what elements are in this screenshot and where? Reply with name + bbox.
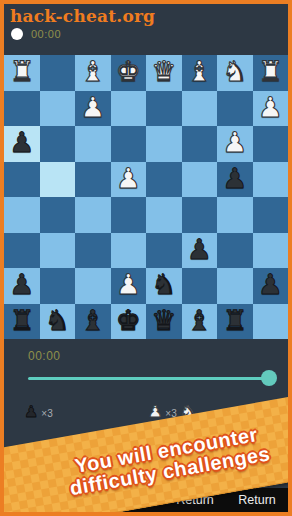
board-square[interactable]: ♟ [182,233,218,269]
board-square[interactable] [253,304,289,340]
board-square[interactable] [75,197,111,233]
board-square[interactable] [146,162,182,198]
black-bishop: ♝ [75,304,111,340]
board-square[interactable] [111,91,147,127]
site-watermark: hack-cheat.org [10,6,155,26]
board-square[interactable]: ♛ [146,55,182,91]
board-square[interactable]: ♟ [217,126,253,162]
white-pawn: ♟ [75,91,111,127]
board-square[interactable] [40,197,76,233]
board-square[interactable]: ♟ [4,268,40,304]
board-square[interactable] [182,162,218,198]
board-square[interactable]: ♝ [182,304,218,340]
board-square[interactable]: ♟ [111,162,147,198]
board-square[interactable]: ♟ [111,268,147,304]
captured-black-pieces-tray: ♟ ×3 [24,402,53,422]
board-square[interactable] [146,126,182,162]
board-square[interactable]: ♜ [217,304,253,340]
board-square[interactable]: ♚ [111,304,147,340]
white-pawn: ♟ [253,91,289,127]
board-square[interactable] [111,233,147,269]
white-queen: ♛ [146,55,182,91]
board-square[interactable]: ♟ [75,91,111,127]
board-square[interactable] [253,233,289,269]
black-pawn: ♟ [4,268,40,304]
board-square[interactable] [217,91,253,127]
board-square[interactable] [146,91,182,127]
captured-count: ×3 [41,408,52,422]
white-bishop: ♝ [75,55,111,91]
board-square[interactable] [182,268,218,304]
board-square[interactable] [253,197,289,233]
board-square[interactable]: ♜ [4,304,40,340]
black-knight: ♞ [146,268,182,304]
board-square[interactable]: ♝ [75,55,111,91]
chess-board: ♜♝♚♛♝♞♜♟♟♟♟♟♟♟♟♟♞♟♜♞♝♚♛♝♜ [4,55,288,339]
board-square[interactable] [182,197,218,233]
board-square[interactable] [40,55,76,91]
black-pawn-icon: ♟ [24,402,38,422]
board-square[interactable]: ♜ [4,55,40,91]
board-square[interactable] [4,233,40,269]
white-turn-indicator-icon [11,28,23,40]
board-square[interactable] [75,233,111,269]
board-square[interactable] [182,126,218,162]
difficulty-slider-knob[interactable] [261,370,277,386]
white-rook: ♜ [253,55,289,91]
white-knight: ♞ [217,55,253,91]
board-square[interactable]: ♞ [146,268,182,304]
black-king: ♚ [111,304,147,340]
opponent-clock: 00:00 [31,28,61,40]
black-pawn: ♟ [4,126,40,162]
board-square[interactable]: ♟ [253,91,289,127]
board-square[interactable]: ♟ [253,268,289,304]
black-queen: ♛ [146,304,182,340]
board-square[interactable] [40,91,76,127]
black-pawn: ♟ [217,162,253,198]
board-square[interactable] [75,126,111,162]
board-square[interactable] [111,197,147,233]
app-window: hack-cheat.org 00:00 ♜♝♚♛♝♞♜♟♟♟♟♟♟♟♟♟♞♟♜… [0,0,292,516]
board-square[interactable] [253,126,289,162]
difficulty-slider-track[interactable] [28,377,269,380]
white-rook: ♜ [4,55,40,91]
board-square[interactable] [40,126,76,162]
board-square[interactable] [111,126,147,162]
board-square[interactable] [40,162,76,198]
board-square[interactable] [40,268,76,304]
board-square[interactable]: ♛ [146,304,182,340]
board-square[interactable] [4,162,40,198]
white-pawn: ♟ [111,162,147,198]
white-king: ♚ [111,55,147,91]
board-square[interactable] [4,91,40,127]
black-rook: ♜ [4,304,40,340]
board-square[interactable]: ♞ [217,55,253,91]
board-square[interactable] [217,268,253,304]
board-square[interactable]: ♜ [253,55,289,91]
white-pawn: ♟ [111,268,147,304]
board-square[interactable]: ♞ [40,304,76,340]
board-square[interactable]: ♟ [4,126,40,162]
board-square[interactable] [40,233,76,269]
board-square[interactable] [146,233,182,269]
board-square[interactable] [75,162,111,198]
black-knight: ♞ [40,304,76,340]
board-square[interactable]: ♝ [75,304,111,340]
white-bishop: ♝ [182,55,218,91]
board-square[interactable] [75,268,111,304]
return-button-3[interactable]: Return [226,493,288,507]
board-square[interactable]: ♚ [111,55,147,91]
board-square[interactable] [217,233,253,269]
board-square[interactable]: ♝ [182,55,218,91]
black-rook: ♜ [217,304,253,340]
board-square[interactable] [253,162,289,198]
black-pawn: ♟ [182,233,218,269]
black-pawn: ♟ [253,268,289,304]
black-bishop: ♝ [182,304,218,340]
board-square[interactable] [4,197,40,233]
board-square[interactable] [182,91,218,127]
board-square[interactable] [146,197,182,233]
white-pawn: ♟ [217,126,253,162]
board-square[interactable]: ♟ [217,162,253,198]
player-clock: 00:00 [28,349,61,363]
board-square[interactable] [217,197,253,233]
